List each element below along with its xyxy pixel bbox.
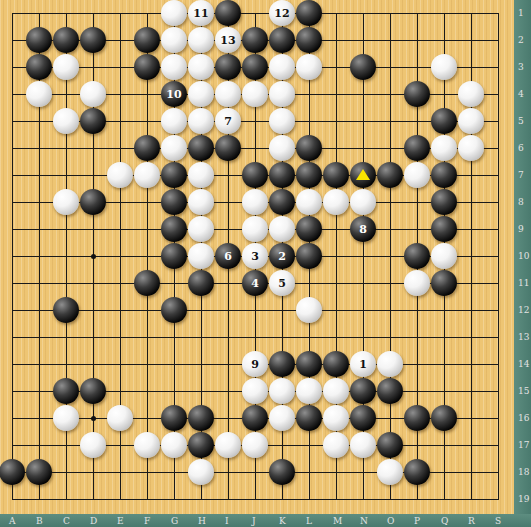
move-number-label: 11 (193, 8, 208, 19)
black-stone-F2 (134, 27, 160, 53)
col-label-E: E (117, 517, 124, 526)
black-stone-L14 (296, 351, 322, 377)
white-stone-J10: 3 (242, 243, 268, 269)
white-stone-I5: 7 (215, 108, 241, 134)
black-stone-O7 (377, 162, 403, 188)
white-stone-K5 (269, 108, 295, 134)
black-stone-N3 (350, 54, 376, 80)
black-stone-C12 (53, 297, 79, 323)
black-stone-L7 (296, 162, 322, 188)
black-stone-I10: 6 (215, 243, 241, 269)
go-board-app: 11121310786324591 ABCDEFGHIJKLMNOPQRS 12… (0, 0, 531, 527)
white-stone-N17 (350, 432, 376, 458)
row-label-2: 2 (518, 36, 524, 45)
row-label-14: 14 (518, 360, 529, 369)
black-stone-Q5 (431, 108, 457, 134)
black-stone-G16 (161, 405, 187, 431)
white-stone-N8 (350, 189, 376, 215)
black-stone-Q8 (431, 189, 457, 215)
white-stone-G1 (161, 0, 187, 26)
white-stone-J8 (242, 189, 268, 215)
star-point-D10 (91, 254, 96, 259)
black-stone-N7 (350, 162, 376, 188)
move-number-label: 8 (359, 224, 367, 235)
white-stone-Q6 (431, 135, 457, 161)
white-stone-K3 (269, 54, 295, 80)
black-stone-N15 (350, 378, 376, 404)
col-label-P: P (414, 517, 420, 526)
move-number-label: 6 (224, 251, 232, 262)
white-stone-Q3 (431, 54, 457, 80)
grid-hline (12, 499, 499, 500)
white-stone-H1: 11 (188, 0, 214, 26)
black-stone-D8 (80, 189, 106, 215)
black-stone-P4 (404, 81, 430, 107)
white-stone-D4 (80, 81, 106, 107)
white-stone-K9 (269, 216, 295, 242)
black-stone-Q16 (431, 405, 457, 431)
white-stone-J4 (242, 81, 268, 107)
black-stone-G8 (161, 189, 187, 215)
col-label-M: M (333, 517, 342, 526)
black-stone-B3 (26, 54, 52, 80)
white-stone-C16 (53, 405, 79, 431)
white-stone-G17 (161, 432, 187, 458)
row-label-1: 1 (518, 9, 524, 18)
white-stone-K4 (269, 81, 295, 107)
black-stone-O17 (377, 432, 403, 458)
white-stone-L8 (296, 189, 322, 215)
triangle-marker-icon (356, 169, 370, 180)
white-stone-K1: 12 (269, 0, 295, 26)
row-label-19: 19 (518, 495, 529, 504)
black-stone-D15 (80, 378, 106, 404)
white-stone-M17 (323, 432, 349, 458)
black-stone-A18 (0, 459, 25, 485)
black-stone-G9 (161, 216, 187, 242)
move-number-label: 5 (278, 278, 286, 289)
move-number-label: 4 (251, 278, 259, 289)
white-stone-F7 (134, 162, 160, 188)
move-number-label: 3 (251, 251, 259, 262)
black-stone-G10 (161, 243, 187, 269)
white-stone-K11: 5 (269, 270, 295, 296)
white-stone-R6 (458, 135, 484, 161)
white-stone-H18 (188, 459, 214, 485)
white-stone-E7 (107, 162, 133, 188)
white-stone-O14 (377, 351, 403, 377)
move-number-label: 10 (166, 89, 181, 100)
col-label-I: I (225, 517, 229, 526)
white-stone-J9 (242, 216, 268, 242)
star-point-D16 (91, 416, 96, 421)
white-stone-L3 (296, 54, 322, 80)
black-stone-H17 (188, 432, 214, 458)
black-stone-Q7 (431, 162, 457, 188)
white-stone-R5 (458, 108, 484, 134)
move-number-label: 13 (220, 35, 235, 46)
black-stone-M14 (323, 351, 349, 377)
row-coordinate-strip: 12345678910111213141516171819 (514, 0, 531, 514)
col-label-L: L (306, 517, 312, 526)
row-label-13: 13 (518, 333, 529, 342)
black-stone-N16 (350, 405, 376, 431)
black-stone-H6 (188, 135, 214, 161)
row-label-11: 11 (518, 279, 529, 288)
black-stone-O15 (377, 378, 403, 404)
white-stone-L12 (296, 297, 322, 323)
col-label-B: B (36, 517, 43, 526)
col-label-G: G (171, 517, 178, 526)
black-stone-G12 (161, 297, 187, 323)
white-stone-C5 (53, 108, 79, 134)
white-stone-H3 (188, 54, 214, 80)
white-stone-H2 (188, 27, 214, 53)
move-number-label: 2 (278, 251, 286, 262)
white-stone-K15 (269, 378, 295, 404)
white-stone-D17 (80, 432, 106, 458)
black-stone-L2 (296, 27, 322, 53)
black-stone-L6 (296, 135, 322, 161)
black-stone-C2 (53, 27, 79, 53)
black-stone-K10: 2 (269, 243, 295, 269)
col-label-Q: Q (441, 517, 448, 526)
row-label-8: 8 (518, 198, 524, 207)
white-stone-G5 (161, 108, 187, 134)
white-stone-I4 (215, 81, 241, 107)
black-stone-K8 (269, 189, 295, 215)
black-stone-G4: 10 (161, 81, 187, 107)
black-stone-H11 (188, 270, 214, 296)
col-label-C: C (63, 517, 70, 526)
black-stone-L9 (296, 216, 322, 242)
black-stone-L1 (296, 0, 322, 26)
row-label-7: 7 (518, 171, 524, 180)
move-number-label: 7 (224, 116, 232, 127)
black-stone-L10 (296, 243, 322, 269)
white-stone-G6 (161, 135, 187, 161)
white-stone-G2 (161, 27, 187, 53)
col-label-O: O (387, 517, 394, 526)
row-label-5: 5 (518, 117, 524, 126)
col-label-J: J (252, 517, 256, 526)
col-label-D: D (90, 517, 97, 526)
col-label-H: H (198, 517, 206, 526)
grid-vline (498, 13, 499, 500)
white-stone-H4 (188, 81, 214, 107)
white-stone-M16 (323, 405, 349, 431)
white-stone-J14: 9 (242, 351, 268, 377)
black-stone-J7 (242, 162, 268, 188)
grid-hline (12, 310, 499, 311)
black-stone-Q9 (431, 216, 457, 242)
white-stone-K6 (269, 135, 295, 161)
black-stone-K18 (269, 459, 295, 485)
black-stone-F6 (134, 135, 160, 161)
white-stone-H10 (188, 243, 214, 269)
white-stone-G3 (161, 54, 187, 80)
white-stone-H7 (188, 162, 214, 188)
white-stone-C8 (53, 189, 79, 215)
white-stone-P7 (404, 162, 430, 188)
black-stone-B18 (26, 459, 52, 485)
white-stone-H5 (188, 108, 214, 134)
white-stone-M8 (323, 189, 349, 215)
black-stone-Q11 (431, 270, 457, 296)
row-label-6: 6 (518, 144, 524, 153)
row-label-3: 3 (518, 63, 524, 72)
black-stone-F3 (134, 54, 160, 80)
black-stone-H16 (188, 405, 214, 431)
black-stone-D2 (80, 27, 106, 53)
black-stone-J16 (242, 405, 268, 431)
white-stone-K16 (269, 405, 295, 431)
row-label-10: 10 (518, 252, 529, 261)
black-stone-N9: 8 (350, 216, 376, 242)
white-stone-E16 (107, 405, 133, 431)
black-stone-P16 (404, 405, 430, 431)
row-label-4: 4 (518, 90, 524, 99)
black-stone-K2 (269, 27, 295, 53)
col-label-K: K (279, 517, 286, 526)
black-stone-D5 (80, 108, 106, 134)
grid-hline (12, 337, 499, 338)
white-stone-I17 (215, 432, 241, 458)
black-stone-G7 (161, 162, 187, 188)
black-stone-C15 (53, 378, 79, 404)
col-label-N: N (360, 517, 368, 526)
row-label-15: 15 (518, 387, 529, 396)
move-number-label: 9 (251, 359, 259, 370)
row-label-17: 17 (518, 441, 529, 450)
black-stone-J3 (242, 54, 268, 80)
column-coordinate-strip: ABCDEFGHIJKLMNOPQRS (0, 514, 531, 527)
white-stone-P11 (404, 270, 430, 296)
white-stone-H8 (188, 189, 214, 215)
black-stone-P18 (404, 459, 430, 485)
white-stone-J15 (242, 378, 268, 404)
black-stone-I3 (215, 54, 241, 80)
white-stone-F17 (134, 432, 160, 458)
black-stone-J11: 4 (242, 270, 268, 296)
black-stone-I6 (215, 135, 241, 161)
white-stone-L15 (296, 378, 322, 404)
black-stone-K7 (269, 162, 295, 188)
black-stone-P6 (404, 135, 430, 161)
white-stone-B4 (26, 81, 52, 107)
white-stone-I2: 13 (215, 27, 241, 53)
white-stone-R4 (458, 81, 484, 107)
white-stone-M15 (323, 378, 349, 404)
black-stone-P10 (404, 243, 430, 269)
black-stone-I1 (215, 0, 241, 26)
move-number-label: 12 (274, 8, 289, 19)
col-label-F: F (144, 517, 150, 526)
black-stone-M7 (323, 162, 349, 188)
grid-vline (390, 13, 391, 500)
white-stone-H9 (188, 216, 214, 242)
black-stone-K14 (269, 351, 295, 377)
white-stone-C3 (53, 54, 79, 80)
white-stone-O18 (377, 459, 403, 485)
row-label-9: 9 (518, 225, 524, 234)
black-stone-B2 (26, 27, 52, 53)
black-stone-F11 (134, 270, 160, 296)
white-stone-N14: 1 (350, 351, 376, 377)
white-stone-J17 (242, 432, 268, 458)
row-label-12: 12 (518, 306, 529, 315)
black-stone-J2 (242, 27, 268, 53)
black-stone-L16 (296, 405, 322, 431)
move-number-label: 1 (359, 359, 367, 370)
col-label-S: S (495, 517, 501, 526)
col-label-R: R (468, 517, 475, 526)
white-stone-Q10 (431, 243, 457, 269)
row-label-16: 16 (518, 414, 529, 423)
col-label-A: A (9, 517, 16, 526)
row-label-18: 18 (518, 468, 529, 477)
